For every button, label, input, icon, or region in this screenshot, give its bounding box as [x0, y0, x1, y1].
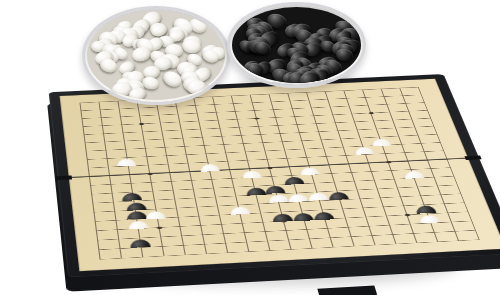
black-tray-well: [232, 7, 361, 83]
board-latch: [318, 286, 378, 295]
black-stone-tray: [227, 2, 366, 88]
board-face: [60, 79, 500, 272]
go-board: [49, 74, 500, 277]
white-tray-well: [87, 11, 225, 100]
white-stone-tray: [82, 6, 230, 105]
